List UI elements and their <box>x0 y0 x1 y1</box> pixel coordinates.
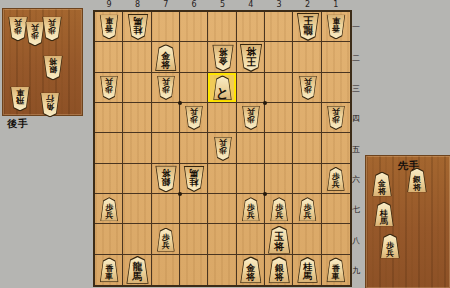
square-12[interactable] <box>322 42 350 72</box>
rank-label-1: 一 <box>352 22 360 33</box>
piece-sente-歩[interactable]: 歩兵 <box>156 228 175 252</box>
piece-sente-金[interactable]: 金将 <box>154 44 177 71</box>
piece-gote-歩[interactable]: 歩兵 <box>298 76 317 100</box>
square-43[interactable] <box>237 73 265 103</box>
file-label-3: 3 <box>277 0 282 9</box>
square-22[interactable] <box>293 42 321 72</box>
piece-gote-歩[interactable]: 歩兵 <box>213 137 232 161</box>
piece-sente-玉[interactable]: 玉将 <box>267 226 291 254</box>
piece-sente-香[interactable]: 香車 <box>326 257 346 282</box>
piece-sente-歩[interactable]: 歩兵 <box>100 197 119 221</box>
piece-sente-歩[interactable]: 歩兵 <box>326 167 345 191</box>
hoshi-dot <box>263 101 267 105</box>
piece-gote-歩[interactable]: 歩兵 <box>326 106 345 130</box>
square-61[interactable] <box>180 12 208 42</box>
piece-gote-桂[interactable]: 桂馬 <box>127 14 149 40</box>
piece-gote-龍[interactable]: 龍王 <box>296 13 320 41</box>
square-59[interactable] <box>208 255 236 285</box>
square-82[interactable] <box>123 42 151 72</box>
square-63[interactable] <box>180 73 208 103</box>
square-35[interactable] <box>265 133 293 163</box>
rank-label-8: 八 <box>352 234 360 245</box>
piece-gote-香[interactable]: 香車 <box>99 15 119 40</box>
square-41[interactable] <box>237 12 265 42</box>
file-label-5: 5 <box>220 0 225 9</box>
piece-sente-桂馬[interactable]: 桂馬 <box>374 202 395 227</box>
square-56[interactable] <box>208 164 236 194</box>
piece-gote-角行[interactable]: 角行 <box>40 93 61 118</box>
square-96[interactable] <box>95 164 123 194</box>
piece-sente-金将[interactable]: 金将 <box>372 172 393 197</box>
piece-gote-飛車[interactable]: 飛車 <box>10 87 31 112</box>
piece-gote-金[interactable]: 金将 <box>211 44 234 71</box>
square-36[interactable] <box>265 164 293 194</box>
square-32[interactable] <box>265 42 293 72</box>
square-34[interactable] <box>265 103 293 133</box>
rank-label-2: 二 <box>352 52 360 63</box>
square-28[interactable] <box>293 224 321 254</box>
square-45[interactable] <box>237 133 265 163</box>
rank-label-4: 四 <box>352 113 360 124</box>
piece-sente-歩[interactable]: 歩兵 <box>270 197 289 221</box>
hoshi-dot <box>178 101 182 105</box>
square-58[interactable] <box>208 224 236 254</box>
piece-sente-桂[interactable]: 桂馬 <box>297 257 319 283</box>
square-17[interactable] <box>322 194 350 224</box>
piece-sente-と[interactable]: と <box>213 75 233 100</box>
piece-gote-王[interactable]: 王将 <box>239 44 263 72</box>
square-98[interactable] <box>95 224 123 254</box>
square-24[interactable] <box>293 103 321 133</box>
square-25[interactable] <box>293 133 321 163</box>
piece-gote-歩兵[interactable]: 歩兵 <box>42 17 63 42</box>
rank-label-3: 三 <box>352 82 360 93</box>
square-86[interactable] <box>123 164 151 194</box>
square-15[interactable] <box>322 133 350 163</box>
file-label-7: 7 <box>163 0 168 9</box>
rank-label-9: 九 <box>352 264 360 275</box>
square-31[interactable] <box>265 12 293 42</box>
square-48[interactable] <box>237 224 265 254</box>
rank-label-5: 五 <box>352 143 360 154</box>
piece-sente-銀将[interactable]: 銀将 <box>407 168 428 193</box>
piece-sente-馬[interactable]: 龍馬 <box>126 256 150 284</box>
square-88[interactable] <box>123 224 151 254</box>
piece-gote-桂[interactable]: 桂馬 <box>183 166 205 192</box>
square-75[interactable] <box>152 133 180 163</box>
square-79[interactable] <box>152 255 180 285</box>
file-label-8: 8 <box>135 0 140 9</box>
hoshi-dot <box>263 192 267 196</box>
shogi-board[interactable]: 香車桂馬龍王香車金将金将王将歩兵歩兵と歩兵歩兵歩兵歩兵歩兵銀将桂馬歩兵歩兵歩兵歩… <box>93 10 352 287</box>
square-94[interactable] <box>95 103 123 133</box>
piece-sente-香[interactable]: 香車 <box>99 257 119 282</box>
square-77[interactable] <box>152 194 180 224</box>
square-74[interactable] <box>152 103 180 133</box>
square-18[interactable] <box>322 224 350 254</box>
square-13[interactable] <box>322 73 350 103</box>
piece-sente-銀[interactable]: 銀将 <box>268 256 291 283</box>
square-57[interactable] <box>208 194 236 224</box>
square-71[interactable] <box>152 12 180 42</box>
file-label-4: 4 <box>248 0 253 9</box>
hoshi-dot <box>178 192 182 196</box>
square-51[interactable] <box>208 12 236 42</box>
square-62[interactable] <box>180 42 208 72</box>
square-87[interactable] <box>123 194 151 224</box>
square-54[interactable] <box>208 103 236 133</box>
piece-gote-歩[interactable]: 歩兵 <box>100 76 119 100</box>
square-95[interactable] <box>95 133 123 163</box>
square-33[interactable] <box>265 73 293 103</box>
piece-sente-金[interactable]: 金将 <box>239 256 262 283</box>
shogi-app: { "game": { "name": "shogi", "to_move": … <box>0 0 450 288</box>
file-label-1: 1 <box>333 0 338 9</box>
square-68[interactable] <box>180 224 208 254</box>
square-46[interactable] <box>237 164 265 194</box>
square-85[interactable] <box>123 133 151 163</box>
piece-sente-歩[interactable]: 歩兵 <box>241 197 260 221</box>
square-26[interactable] <box>293 164 321 194</box>
square-84[interactable] <box>123 103 151 133</box>
rank-label-7: 七 <box>352 204 360 215</box>
file-label-2: 2 <box>305 0 310 9</box>
square-92[interactable] <box>95 42 123 72</box>
file-label-6: 6 <box>192 0 197 9</box>
square-69[interactable] <box>180 255 208 285</box>
square-65[interactable] <box>180 133 208 163</box>
square-67[interactable] <box>180 194 208 224</box>
piece-gote-香[interactable]: 香車 <box>326 15 346 40</box>
piece-sente-歩[interactable]: 歩兵 <box>298 197 317 221</box>
piece-gote-歩[interactable]: 歩兵 <box>156 76 175 100</box>
piece-gote-歩[interactable]: 歩兵 <box>185 106 204 130</box>
piece-sente-歩兵[interactable]: 歩兵 <box>380 234 401 259</box>
square-83[interactable] <box>123 73 151 103</box>
gote-stand-label: 後手 <box>7 117 29 131</box>
file-label-9: 9 <box>107 0 112 9</box>
piece-gote-銀[interactable]: 銀将 <box>154 165 177 192</box>
rank-label-6: 六 <box>352 173 360 184</box>
piece-gote-歩[interactable]: 歩兵 <box>241 106 260 130</box>
piece-gote-銀将[interactable]: 銀将 <box>43 56 64 81</box>
